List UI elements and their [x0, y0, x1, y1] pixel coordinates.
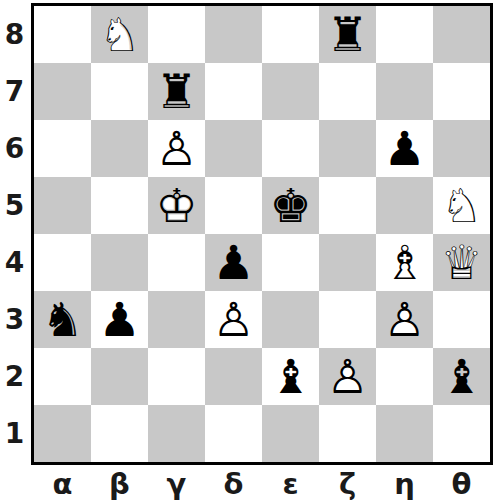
square-g2[interactable]: [376, 348, 433, 405]
square-d8[interactable]: [205, 6, 262, 63]
piece-white-pawn-f2[interactable]: ♟♙: [319, 348, 376, 405]
piece-white-bishop-g4[interactable]: ♝♗: [376, 234, 433, 291]
square-f7[interactable]: [319, 63, 376, 120]
square-h6[interactable]: [433, 120, 490, 177]
square-d6[interactable]: [205, 120, 262, 177]
square-f4[interactable]: [319, 234, 376, 291]
square-e4[interactable]: [262, 234, 319, 291]
square-f3[interactable]: [319, 291, 376, 348]
piece-white-queen-h4[interactable]: ♛♕: [433, 234, 490, 291]
rank-label-3: 3: [0, 291, 29, 348]
piece-black-knight-a3[interactable]: ♞: [34, 291, 91, 348]
square-f5[interactable]: [319, 177, 376, 234]
square-c8[interactable]: [148, 6, 205, 63]
chess-diagram: 87654321 ♞♘♜♜♟♙♟♚♔♚♞♘♟♝♗♛♕♞♟♟♙♟♙♝♟♙♝ αβγ…: [0, 0, 499, 502]
piece-white-pawn-c6[interactable]: ♟♙: [148, 120, 205, 177]
square-g1[interactable]: [376, 405, 433, 462]
square-a1[interactable]: [34, 405, 91, 462]
white-knight-glyph: ♘: [98, 6, 140, 63]
piece-white-knight-h5[interactable]: ♞♘: [433, 177, 490, 234]
square-e2[interactable]: ♝: [262, 348, 319, 405]
square-b1[interactable]: [91, 405, 148, 462]
rank-label-6: 6: [0, 120, 29, 177]
square-h3[interactable]: [433, 291, 490, 348]
black-knight-glyph: ♞: [41, 291, 83, 348]
square-c1[interactable]: [148, 405, 205, 462]
square-b3[interactable]: ♟: [91, 291, 148, 348]
square-f2[interactable]: ♟♙: [319, 348, 376, 405]
piece-black-bishop-h2[interactable]: ♝: [433, 348, 490, 405]
square-e1[interactable]: [262, 405, 319, 462]
square-a8[interactable]: [34, 6, 91, 63]
file-label-c: γ: [148, 466, 205, 502]
square-f1[interactable]: [319, 405, 376, 462]
square-h4[interactable]: ♛♕: [433, 234, 490, 291]
square-e7[interactable]: [262, 63, 319, 120]
rank-label-8: 8: [0, 6, 29, 63]
black-rook-glyph: ♜: [326, 6, 368, 63]
square-c7[interactable]: ♜: [148, 63, 205, 120]
white-pawn-glyph: ♙: [326, 348, 368, 405]
black-bishop-glyph: ♝: [440, 348, 482, 405]
piece-black-king-e5[interactable]: ♚: [262, 177, 319, 234]
file-labels: αβγδεζηθ: [34, 466, 490, 502]
square-c6[interactable]: ♟♙: [148, 120, 205, 177]
square-e3[interactable]: [262, 291, 319, 348]
square-a5[interactable]: [34, 177, 91, 234]
file-label-d: δ: [205, 466, 262, 502]
square-d1[interactable]: [205, 405, 262, 462]
white-knight-glyph: ♘: [440, 177, 482, 234]
chess-board: ♞♘♜♜♟♙♟♚♔♚♞♘♟♝♗♛♕♞♟♟♙♟♙♝♟♙♝: [31, 3, 493, 465]
piece-black-pawn-b3[interactable]: ♟: [91, 291, 148, 348]
square-d7[interactable]: [205, 63, 262, 120]
square-f8[interactable]: ♜: [319, 6, 376, 63]
square-f6[interactable]: [319, 120, 376, 177]
square-a7[interactable]: [34, 63, 91, 120]
square-d5[interactable]: [205, 177, 262, 234]
rank-label-1: 1: [0, 405, 29, 462]
square-b8[interactable]: ♞♘: [91, 6, 148, 63]
piece-black-pawn-h6[interactable]: ♟: [376, 120, 433, 177]
square-b6[interactable]: [91, 120, 148, 177]
white-king-glyph: ♔: [155, 177, 197, 234]
square-a2[interactable]: [34, 348, 91, 405]
square-h2[interactable]: ♝: [433, 348, 490, 405]
black-pawn-glyph: ♟: [212, 234, 254, 291]
white-bishop-glyph: ♗: [383, 234, 425, 291]
black-pawn-glyph: ♟: [98, 291, 140, 348]
black-bishop-glyph: ♝: [269, 348, 311, 405]
square-e5[interactable]: ♚: [262, 177, 319, 234]
piece-white-king-c5[interactable]: ♚♔: [148, 177, 205, 234]
square-c4[interactable]: [148, 234, 205, 291]
piece-black-rook-f8[interactable]: ♜: [319, 6, 376, 63]
piece-black-pawn-d4[interactable]: ♟: [205, 234, 262, 291]
white-pawn-glyph: ♙: [383, 291, 425, 348]
rank-label-4: 4: [0, 234, 29, 291]
square-c2[interactable]: [148, 348, 205, 405]
piece-white-pawn-d3[interactable]: ♟♙: [205, 291, 262, 348]
black-rook-glyph: ♜: [155, 63, 197, 120]
black-pawn-glyph: ♟: [383, 120, 425, 177]
piece-black-bishop-e2[interactable]: ♝: [262, 348, 319, 405]
square-a6[interactable]: [34, 120, 91, 177]
file-label-b: β: [91, 466, 148, 502]
rank-label-5: 5: [0, 177, 29, 234]
file-label-a: α: [34, 466, 91, 502]
rank-label-7: 7: [0, 63, 29, 120]
square-c3[interactable]: [148, 291, 205, 348]
file-label-h: θ: [433, 466, 490, 502]
square-h8[interactable]: [433, 6, 490, 63]
square-h1[interactable]: [433, 405, 490, 462]
square-b5[interactable]: [91, 177, 148, 234]
white-queen-glyph: ♕: [440, 234, 482, 291]
square-h5[interactable]: ♞♘: [433, 177, 490, 234]
piece-white-pawn-g3[interactable]: ♟♙: [376, 291, 433, 348]
rank-labels: 87654321: [0, 6, 29, 462]
file-label-g: η: [376, 466, 433, 502]
file-label-f: ζ: [319, 466, 376, 502]
square-c5[interactable]: ♚♔: [148, 177, 205, 234]
black-king-glyph: ♚: [269, 177, 311, 234]
square-g3[interactable]: ♟♙: [376, 291, 433, 348]
piece-black-rook-c7[interactable]: ♜: [148, 63, 205, 120]
square-b4[interactable]: [91, 234, 148, 291]
square-d4[interactable]: ♟: [205, 234, 262, 291]
square-b7[interactable]: [91, 63, 148, 120]
white-pawn-glyph: ♙: [155, 120, 197, 177]
white-pawn-glyph: ♙: [212, 291, 254, 348]
square-g6[interactable]: ♟: [376, 120, 433, 177]
square-g7[interactable]: [376, 63, 433, 120]
square-b2[interactable]: [91, 348, 148, 405]
square-h7[interactable]: [433, 63, 490, 120]
piece-white-knight-b8[interactable]: ♞♘: [91, 6, 148, 63]
square-d3[interactable]: ♟♙: [205, 291, 262, 348]
square-d2[interactable]: [205, 348, 262, 405]
square-g8[interactable]: [376, 6, 433, 63]
square-e8[interactable]: [262, 6, 319, 63]
rank-label-2: 2: [0, 348, 29, 405]
square-a4[interactable]: [34, 234, 91, 291]
square-a3[interactable]: ♞: [34, 291, 91, 348]
square-g5[interactable]: [376, 177, 433, 234]
file-label-e: ε: [262, 466, 319, 502]
square-e6[interactable]: [262, 120, 319, 177]
square-g4[interactable]: ♝♗: [376, 234, 433, 291]
